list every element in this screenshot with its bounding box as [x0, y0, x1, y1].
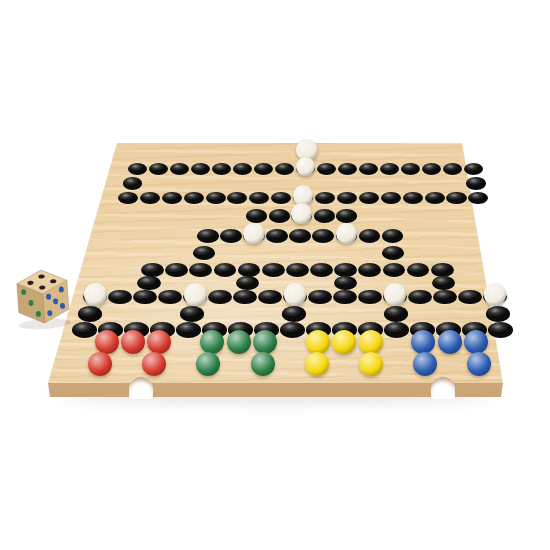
hole-r11-c9[interactable]	[289, 229, 310, 242]
white-marble[interactable]	[291, 203, 312, 224]
hole-r11-c5[interactable]	[197, 229, 218, 242]
hole-r11-c6[interactable]	[220, 229, 241, 242]
hole-r6-c5[interactable]	[180, 306, 204, 321]
board-notch-right	[431, 377, 455, 399]
hole-r13-c15[interactable]	[425, 192, 445, 205]
hole-r13-c17[interactable]	[468, 192, 488, 205]
white-marble[interactable]	[84, 283, 107, 306]
hole-r15-c1[interactable]	[128, 163, 147, 175]
hole-r15-c17[interactable]	[464, 163, 483, 175]
blue-marble[interactable]	[438, 330, 462, 354]
hole-r7-c15[interactable]	[433, 290, 457, 305]
hole-r13-c14[interactable]	[403, 192, 423, 205]
hole-r7-c14[interactable]	[408, 290, 432, 305]
hole-r13-c5[interactable]	[206, 192, 226, 205]
hole-r15-c15[interactable]	[422, 163, 441, 175]
yellow-marble[interactable]	[359, 352, 383, 376]
yellow-marble[interactable]	[306, 330, 330, 354]
hole-r9-c4[interactable]	[165, 263, 188, 277]
hole-r5-c5[interactable]	[176, 322, 201, 338]
hole-r15-c14[interactable]	[401, 163, 420, 175]
green-marble[interactable]	[227, 330, 251, 354]
hole-r5-c13[interactable]	[384, 322, 409, 338]
hole-r9-c10[interactable]	[310, 263, 333, 277]
hole-r13-c13[interactable]	[381, 192, 401, 205]
white-marble[interactable]	[384, 283, 407, 306]
hole-r15-c6[interactable]	[233, 163, 252, 175]
hole-r11-c13[interactable]	[382, 229, 403, 242]
yellow-marble[interactable]	[359, 330, 383, 354]
hole-r10-c13[interactable]	[382, 246, 404, 260]
hole-r9-c8[interactable]	[262, 263, 285, 277]
hole-r9-c12[interactable]	[358, 263, 381, 277]
hole-r5-c9[interactable]	[280, 322, 305, 338]
white-marble[interactable]	[336, 223, 357, 244]
hole-r6-c9[interactable]	[282, 306, 306, 321]
hole-r9-c3[interactable]	[141, 263, 164, 277]
red-marble[interactable]	[88, 352, 112, 376]
hole-r15-c11[interactable]	[338, 163, 357, 175]
hole-r15-c12[interactable]	[359, 163, 378, 175]
hole-r15-c3[interactable]	[170, 163, 189, 175]
hole-r6-c13[interactable]	[384, 306, 408, 321]
hole-r9-c9[interactable]	[286, 263, 309, 277]
die-graphic	[10, 264, 76, 332]
product-photo	[0, 0, 550, 550]
white-marble[interactable]	[184, 283, 207, 306]
hole-r14-c17[interactable]	[466, 177, 486, 189]
hole-r13-c12[interactable]	[359, 192, 379, 205]
hole-r9-c11[interactable]	[334, 263, 357, 277]
green-marble[interactable]	[253, 330, 277, 354]
hole-r10-c5[interactable]	[193, 246, 215, 260]
hole-r8-c3[interactable]	[137, 276, 160, 290]
red-marble[interactable]	[95, 330, 119, 354]
red-marble[interactable]	[121, 330, 145, 354]
hole-r15-c16[interactable]	[443, 163, 462, 175]
hole-r15-c5[interactable]	[212, 163, 231, 175]
hole-r14-c1[interactable]	[123, 177, 143, 189]
hole-r12-c11[interactable]	[336, 209, 357, 222]
hole-r13-c4[interactable]	[184, 192, 204, 205]
board-notch-left	[129, 377, 153, 399]
white-marble[interactable]	[484, 283, 507, 306]
hole-r9-c13[interactable]	[383, 263, 406, 277]
hole-r13-c3[interactable]	[162, 192, 182, 205]
hole-r8-c11[interactable]	[334, 276, 357, 290]
hole-r5-c17[interactable]	[488, 322, 513, 338]
hole-r11-c12[interactable]	[359, 229, 380, 242]
hole-r15-c2[interactable]	[149, 163, 168, 175]
hole-r12-c10[interactable]	[314, 209, 335, 222]
hole-r13-c16[interactable]	[446, 192, 466, 205]
hole-r12-c7[interactable]	[246, 209, 267, 222]
hole-r15-c13[interactable]	[380, 163, 399, 175]
hole-r7-c16[interactable]	[458, 290, 482, 305]
wooden-die[interactable]	[12, 266, 74, 330]
hole-r15-c8[interactable]	[275, 163, 294, 175]
white-marble[interactable]	[284, 283, 307, 306]
hole-r6-c1[interactable]	[78, 306, 102, 321]
hole-r6-c17[interactable]	[486, 306, 510, 321]
hole-r11-c10[interactable]	[312, 229, 333, 242]
white-marble[interactable]	[243, 223, 264, 244]
hole-r15-c10[interactable]	[317, 163, 336, 175]
hole-r15-c4[interactable]	[191, 163, 210, 175]
green-marble[interactable]	[251, 352, 275, 376]
yellow-marble[interactable]	[305, 352, 329, 376]
hole-r9-c15[interactable]	[431, 263, 454, 277]
hole-r13-c2[interactable]	[140, 192, 160, 205]
blue-marble[interactable]	[413, 352, 437, 376]
hole-r11-c8[interactable]	[266, 229, 287, 242]
hole-r15-c7[interactable]	[254, 163, 273, 175]
hole-r8-c7[interactable]	[236, 276, 259, 290]
hole-r12-c8[interactable]	[269, 209, 290, 222]
